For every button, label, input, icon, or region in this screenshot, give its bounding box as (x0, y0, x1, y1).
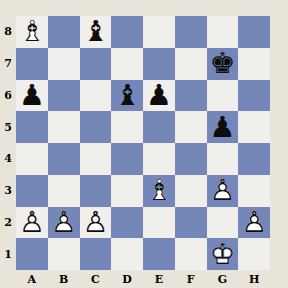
black-pawn-piece: ♟ (143, 80, 175, 112)
black-pawn-glyph: ♟ (143, 80, 175, 112)
square-f8[interactable] (175, 16, 207, 48)
square-f1[interactable] (175, 238, 207, 270)
square-b3[interactable] (48, 175, 80, 207)
square-a8[interactable]: ♝♗ (16, 16, 48, 48)
square-g5[interactable]: ♟ (207, 111, 239, 143)
square-d5[interactable] (111, 111, 143, 143)
square-c5[interactable] (80, 111, 112, 143)
square-e4[interactable] (143, 143, 175, 175)
file-label-h: H (238, 270, 270, 288)
file-label-f: F (175, 270, 207, 288)
rank-label-3: 3 (0, 175, 16, 207)
white-king-piece: ♚♔ (207, 238, 239, 270)
square-d7[interactable] (111, 48, 143, 80)
square-g1[interactable]: ♚♔ (207, 238, 239, 270)
square-h1[interactable] (238, 238, 270, 270)
square-c1[interactable] (80, 238, 112, 270)
square-e6[interactable]: ♟ (143, 80, 175, 112)
square-d6[interactable]: ♝ (111, 80, 143, 112)
square-e5[interactable] (143, 111, 175, 143)
square-h7[interactable] (238, 48, 270, 80)
file-label-e: E (143, 270, 175, 288)
file-label-d: D (111, 270, 143, 288)
square-f5[interactable] (175, 111, 207, 143)
white-bishop-piece: ♝♗ (143, 175, 175, 207)
black-pawn-piece: ♟ (207, 111, 239, 143)
black-bishop-glyph: ♝ (111, 80, 143, 112)
square-f3[interactable] (175, 175, 207, 207)
square-f7[interactable] (175, 48, 207, 80)
black-pawn-glyph: ♟ (207, 111, 239, 143)
square-c7[interactable] (80, 48, 112, 80)
black-king-glyph: ♚ (207, 48, 239, 80)
square-a4[interactable] (16, 143, 48, 175)
rank-label-8: 8 (0, 16, 16, 48)
square-c4[interactable] (80, 143, 112, 175)
square-g2[interactable] (207, 207, 239, 239)
rank-label-4: 4 (0, 143, 16, 175)
white-pawn-piece: ♟♙ (207, 175, 239, 207)
square-h4[interactable] (238, 143, 270, 175)
square-c2[interactable]: ♟♙ (80, 207, 112, 239)
square-h8[interactable] (238, 16, 270, 48)
square-g6[interactable] (207, 80, 239, 112)
square-g7[interactable]: ♚ (207, 48, 239, 80)
square-a5[interactable] (16, 111, 48, 143)
square-e7[interactable] (143, 48, 175, 80)
white-bishop-piece: ♝♗ (16, 16, 48, 48)
white-pawn-outline-glyph: ♙ (238, 207, 270, 239)
square-b6[interactable] (48, 80, 80, 112)
file-label-c: C (80, 270, 112, 288)
square-a7[interactable] (16, 48, 48, 80)
rank-labels: 87654321 (0, 16, 16, 270)
square-h6[interactable] (238, 80, 270, 112)
file-labels: ABCDEFGH (16, 270, 270, 288)
square-e1[interactable] (143, 238, 175, 270)
square-e8[interactable] (143, 16, 175, 48)
square-c3[interactable] (80, 175, 112, 207)
square-d8[interactable] (111, 16, 143, 48)
white-pawn-piece: ♟♙ (80, 207, 112, 239)
white-pawn-piece: ♟♙ (238, 207, 270, 239)
square-g3[interactable]: ♟♙ (207, 175, 239, 207)
square-c6[interactable] (80, 80, 112, 112)
file-label-b: B (48, 270, 80, 288)
square-d3[interactable] (111, 175, 143, 207)
square-b5[interactable] (48, 111, 80, 143)
white-bishop-outline-glyph: ♗ (143, 175, 175, 207)
black-pawn-glyph: ♟ (16, 80, 48, 112)
file-label-g: G (207, 270, 239, 288)
file-label-a: A (16, 270, 48, 288)
square-b1[interactable] (48, 238, 80, 270)
square-a2[interactable]: ♟♙ (16, 207, 48, 239)
square-d1[interactable] (111, 238, 143, 270)
square-b2[interactable]: ♟♙ (48, 207, 80, 239)
square-a6[interactable]: ♟ (16, 80, 48, 112)
square-a1[interactable] (16, 238, 48, 270)
rank-label-7: 7 (0, 48, 16, 80)
rank-label-5: 5 (0, 111, 16, 143)
black-bishop-piece: ♝ (80, 16, 112, 48)
square-b8[interactable] (48, 16, 80, 48)
square-f4[interactable] (175, 143, 207, 175)
square-a3[interactable] (16, 175, 48, 207)
black-bishop-piece: ♝ (111, 80, 143, 112)
chess-diagram-page: 87654321 ♝♗♝♚♟♝♟♟♝♗♟♙♟♙♟♙♟♙♟♙♚♔ ABCDEFGH (0, 0, 288, 288)
white-pawn-outline-glyph: ♙ (16, 207, 48, 239)
black-bishop-glyph: ♝ (80, 16, 112, 48)
black-king-piece: ♚ (207, 48, 239, 80)
square-d4[interactable] (111, 143, 143, 175)
square-g8[interactable] (207, 16, 239, 48)
square-h3[interactable] (238, 175, 270, 207)
square-b7[interactable] (48, 48, 80, 80)
square-h2[interactable]: ♟♙ (238, 207, 270, 239)
rank-label-1: 1 (0, 238, 16, 270)
square-c8[interactable]: ♝ (80, 16, 112, 48)
rank-label-6: 6 (0, 80, 16, 112)
white-king-outline-glyph: ♔ (207, 238, 239, 270)
white-pawn-piece: ♟♙ (16, 207, 48, 239)
white-pawn-piece: ♟♙ (48, 207, 80, 239)
white-pawn-outline-glyph: ♙ (207, 175, 239, 207)
white-bishop-outline-glyph: ♗ (16, 16, 48, 48)
white-pawn-outline-glyph: ♙ (80, 207, 112, 239)
black-pawn-piece: ♟ (16, 80, 48, 112)
rank-label-2: 2 (0, 207, 16, 239)
chess-board: ♝♗♝♚♟♝♟♟♝♗♟♙♟♙♟♙♟♙♟♙♚♔ (16, 16, 270, 270)
square-e2[interactable] (143, 207, 175, 239)
square-f2[interactable] (175, 207, 207, 239)
square-g4[interactable] (207, 143, 239, 175)
square-b4[interactable] (48, 143, 80, 175)
square-d2[interactable] (111, 207, 143, 239)
square-f6[interactable] (175, 80, 207, 112)
white-pawn-outline-glyph: ♙ (48, 207, 80, 239)
square-e3[interactable]: ♝♗ (143, 175, 175, 207)
square-h5[interactable] (238, 111, 270, 143)
